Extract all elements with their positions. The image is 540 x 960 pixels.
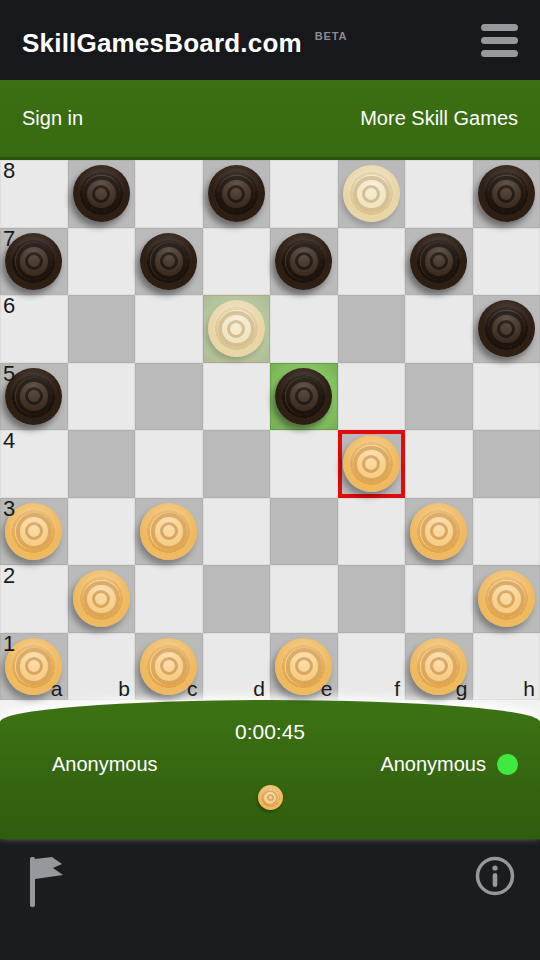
file-label-d: d — [253, 677, 265, 700]
square-c2[interactable] — [135, 565, 203, 633]
square-f8[interactable] — [338, 160, 406, 228]
player-right-name: Anonymous — [380, 753, 486, 776]
square-b8[interactable] — [68, 160, 136, 228]
game-timer: 0:00:45 — [0, 720, 540, 744]
square-a8[interactable]: 8 — [0, 160, 68, 228]
square-d8[interactable] — [203, 160, 271, 228]
square-g1[interactable]: g — [405, 633, 473, 701]
square-e4[interactable] — [270, 430, 338, 498]
square-a3[interactable]: 3 — [0, 498, 68, 566]
square-f3[interactable] — [338, 498, 406, 566]
square-e3[interactable] — [270, 498, 338, 566]
game-panel-background: 0:00:45 Anonymous Anonymous — [0, 700, 540, 839]
square-c3[interactable] — [135, 498, 203, 566]
square-e5[interactable] — [270, 363, 338, 431]
square-a7[interactable]: 7 — [0, 228, 68, 296]
square-c4[interactable] — [135, 430, 203, 498]
online-status-dot — [497, 754, 518, 775]
square-b4[interactable] — [68, 430, 136, 498]
white-ghost-man-d6[interactable] — [208, 300, 265, 357]
square-a6[interactable]: 6 — [0, 295, 68, 363]
square-h1[interactable]: h — [473, 633, 540, 701]
black-man-e7[interactable] — [275, 233, 332, 290]
site-title: SkillGamesBoard.com — [22, 30, 302, 56]
beta-badge: BETA — [315, 30, 347, 42]
black-man-c7[interactable] — [140, 233, 197, 290]
turn-indicator-checker — [258, 785, 283, 810]
menu-icon[interactable] — [481, 20, 518, 61]
square-h3[interactable] — [473, 498, 540, 566]
file-label-a: a — [51, 677, 63, 700]
square-g6[interactable] — [405, 295, 473, 363]
square-f6[interactable] — [338, 295, 406, 363]
rank-label-1: 1 — [3, 632, 15, 655]
square-b2[interactable] — [68, 565, 136, 633]
square-f5[interactable] — [338, 363, 406, 431]
square-g2[interactable] — [405, 565, 473, 633]
square-e1[interactable]: e — [270, 633, 338, 701]
square-f7[interactable] — [338, 228, 406, 296]
square-e7[interactable] — [270, 228, 338, 296]
nav-bar: Sign in More Skill Games — [0, 80, 540, 160]
rank-label-4: 4 — [3, 429, 15, 452]
black-man-g7[interactable] — [410, 233, 467, 290]
square-b6[interactable] — [68, 295, 136, 363]
rank-label-2: 2 — [3, 564, 15, 587]
white-ghost-man-f8[interactable] — [343, 165, 400, 222]
square-h6[interactable] — [473, 295, 540, 363]
square-f1[interactable]: f — [338, 633, 406, 701]
square-d6[interactable] — [203, 295, 271, 363]
square-d3[interactable] — [203, 498, 271, 566]
file-label-f: f — [394, 677, 400, 700]
square-e2[interactable] — [270, 565, 338, 633]
square-c7[interactable] — [135, 228, 203, 296]
square-b1[interactable]: b — [68, 633, 136, 701]
square-b3[interactable] — [68, 498, 136, 566]
square-d4[interactable] — [203, 430, 271, 498]
file-label-h: h — [523, 677, 535, 700]
resign-flag-icon[interactable] — [26, 855, 70, 913]
square-g4[interactable] — [405, 430, 473, 498]
white-man-c3[interactable] — [140, 503, 197, 560]
black-man-d8[interactable] — [208, 165, 265, 222]
square-b7[interactable] — [68, 228, 136, 296]
square-g3[interactable] — [405, 498, 473, 566]
app-header: SkillGamesBoard.com BETA — [0, 0, 540, 80]
square-b5[interactable] — [68, 363, 136, 431]
square-g8[interactable] — [405, 160, 473, 228]
square-a1[interactable]: 1a — [0, 633, 68, 701]
player-left-name: Anonymous — [52, 753, 158, 776]
file-label-e: e — [321, 677, 333, 700]
square-f2[interactable] — [338, 565, 406, 633]
square-h7[interactable] — [473, 228, 540, 296]
footer-bar — [0, 839, 540, 957]
square-d2[interactable] — [203, 565, 271, 633]
square-e8[interactable] — [270, 160, 338, 228]
info-icon[interactable] — [474, 855, 516, 901]
square-a5[interactable]: 5 — [0, 363, 68, 431]
black-man-b8[interactable] — [73, 165, 130, 222]
file-label-c: c — [187, 677, 198, 700]
square-c8[interactable] — [135, 160, 203, 228]
rank-label-7: 7 — [3, 227, 15, 250]
game-panel: 0:00:45 Anonymous Anonymous — [0, 700, 540, 839]
file-label-b: b — [118, 677, 130, 700]
square-g5[interactable] — [405, 363, 473, 431]
rank-label-6: 6 — [3, 294, 15, 317]
square-c1[interactable]: c — [135, 633, 203, 701]
square-g7[interactable] — [405, 228, 473, 296]
sign-in-link[interactable]: Sign in — [22, 107, 83, 130]
checkers-board: 87654321abcdefgh — [0, 160, 540, 700]
square-d1[interactable]: d — [203, 633, 271, 701]
rank-label-5: 5 — [3, 362, 15, 385]
black-man-e5[interactable] — [275, 368, 332, 425]
square-h4[interactable] — [473, 430, 540, 498]
square-c5[interactable] — [135, 363, 203, 431]
white-man-b2[interactable] — [73, 570, 130, 627]
square-h2[interactable] — [473, 565, 540, 633]
square-c6[interactable] — [135, 295, 203, 363]
square-a2[interactable]: 2 — [0, 565, 68, 633]
black-man-h8[interactable] — [478, 165, 535, 222]
square-e6[interactable] — [270, 295, 338, 363]
square-a4[interactable]: 4 — [0, 430, 68, 498]
rank-label-3: 3 — [3, 497, 15, 520]
white-man-f4[interactable] — [343, 435, 400, 492]
square-d5[interactable] — [203, 363, 271, 431]
white-man-g3[interactable] — [410, 503, 467, 560]
square-f4[interactable] — [338, 430, 406, 498]
square-d7[interactable] — [203, 228, 271, 296]
square-h8[interactable] — [473, 160, 540, 228]
file-label-g: g — [456, 677, 468, 700]
more-skill-games-link[interactable]: More Skill Games — [360, 107, 518, 130]
black-man-h6[interactable] — [478, 300, 535, 357]
white-man-h2[interactable] — [478, 570, 535, 627]
square-h5[interactable] — [473, 363, 540, 431]
rank-label-8: 8 — [3, 159, 15, 182]
